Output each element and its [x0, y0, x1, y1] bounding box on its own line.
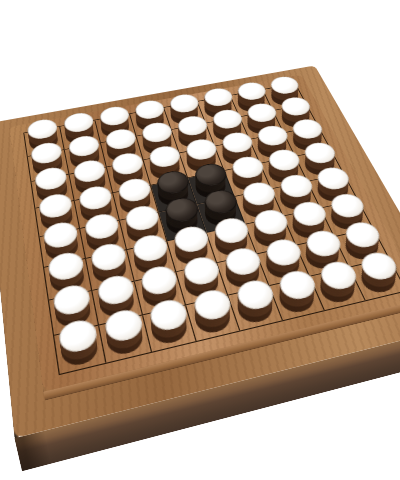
- board-cell[interactable]: [54, 325, 106, 373]
- othello-set: [9, 75, 400, 392]
- scene: [0, 0, 400, 480]
- board-cell[interactable]: [99, 315, 152, 362]
- board-cell[interactable]: [186, 296, 240, 341]
- product-photo-stage: [0, 0, 400, 480]
